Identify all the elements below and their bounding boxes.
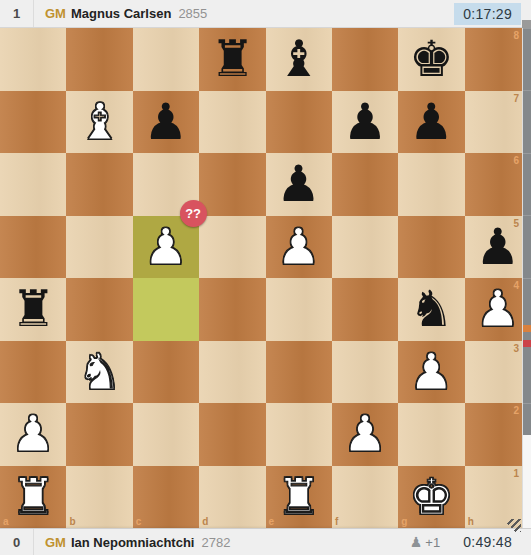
square-e3[interactable]: [266, 341, 332, 404]
square-e6[interactable]: ♟: [266, 153, 332, 216]
bottom-player-title: GM: [45, 535, 66, 550]
square-f7[interactable]: ♟: [332, 91, 398, 154]
bottom-player-clock: 0:49:48: [454, 531, 521, 553]
white-pawn-e5[interactable]: ♟: [276, 222, 321, 272]
file-label-c: c: [136, 516, 142, 527]
rank-label-3: 3: [513, 343, 519, 354]
square-c1[interactable]: c: [133, 466, 199, 529]
black-knight-g4[interactable]: ♞: [409, 284, 454, 334]
rank-label-7: 7: [513, 93, 519, 104]
material-advantage-value: +1: [425, 535, 440, 550]
square-d8[interactable]: ♜: [199, 28, 265, 91]
black-pawn-e6[interactable]: ♟: [276, 159, 321, 209]
square-f4[interactable]: [332, 278, 398, 341]
square-f8[interactable]: [332, 28, 398, 91]
black-pawn-c7[interactable]: ♟: [144, 97, 189, 147]
square-a6[interactable]: [0, 153, 66, 216]
top-player-bar: 1 GM Magnus Carlsen 2855 0:17:29: [0, 0, 531, 28]
black-pawn-f7[interactable]: ♟: [343, 97, 388, 147]
white-rook-e1[interactable]: ♜: [276, 472, 321, 522]
square-g8[interactable]: ♚: [398, 28, 464, 91]
square-c4[interactable]: [133, 278, 199, 341]
square-b1[interactable]: b: [66, 466, 132, 529]
square-b4[interactable]: [66, 278, 132, 341]
file-label-e: e: [269, 516, 275, 527]
square-b8[interactable]: [66, 28, 132, 91]
square-g6[interactable]: [398, 153, 464, 216]
square-e7[interactable]: [266, 91, 332, 154]
square-d2[interactable]: [199, 403, 265, 466]
blunder-annotation-badge: ??: [180, 200, 207, 227]
square-a8[interactable]: [0, 28, 66, 91]
black-rook-d8[interactable]: ♜: [210, 34, 255, 84]
black-king-g8[interactable]: ♚: [409, 34, 454, 84]
file-label-f: f: [335, 516, 338, 527]
chess-game-window: 1 GM Magnus Carlsen 2855 0:17:29 ♜♝♚8♝♟♟…: [0, 0, 531, 555]
black-bishop-e8[interactable]: ♝: [276, 34, 321, 84]
square-f5[interactable]: [332, 216, 398, 279]
pawn-icon: ♟: [410, 534, 423, 550]
file-label-h: h: [468, 516, 474, 527]
square-a2[interactable]: ♟: [0, 403, 66, 466]
square-a7[interactable]: [0, 91, 66, 154]
rank-label-6: 6: [513, 155, 519, 166]
file-label-b: b: [69, 516, 75, 527]
file-label-a: a: [3, 516, 9, 527]
top-player-clock: 0:17:29: [454, 3, 521, 25]
white-knight-b3[interactable]: ♞: [77, 347, 122, 397]
top-player-score: 1: [0, 0, 34, 27]
top-player-name: Magnus Carlsen: [71, 6, 171, 21]
square-a5[interactable]: [0, 216, 66, 279]
bottom-player-name: Ian Nepomniachtchi: [71, 535, 195, 550]
file-label-d: d: [202, 516, 208, 527]
square-c7[interactable]: ♟: [133, 91, 199, 154]
square-g4[interactable]: ♞: [398, 278, 464, 341]
square-f2[interactable]: ♟: [332, 403, 398, 466]
square-f6[interactable]: [332, 153, 398, 216]
black-rook-a4[interactable]: ♜: [11, 284, 56, 334]
square-e5[interactable]: ♟: [266, 216, 332, 279]
square-g1[interactable]: g♚: [398, 466, 464, 529]
top-player-title: GM: [45, 6, 66, 21]
square-c2[interactable]: [133, 403, 199, 466]
square-g7[interactable]: ♟: [398, 91, 464, 154]
square-d1[interactable]: d: [199, 466, 265, 529]
square-e2[interactable]: [266, 403, 332, 466]
rank-label-4: 4: [513, 280, 519, 291]
square-a3[interactable]: [0, 341, 66, 404]
rank-label-1: 1: [513, 468, 519, 479]
square-d4[interactable]: [199, 278, 265, 341]
move-list-scrollbar[interactable]: [522, 28, 531, 528]
square-d6[interactable]: [199, 153, 265, 216]
scrollbar-mark-orange: [523, 325, 531, 332]
white-bishop-b7[interactable]: ♝: [77, 97, 122, 147]
rank-label-5: 5: [513, 218, 519, 229]
bottom-player-bar: 0 GM Ian Nepomniachtchi 2782 ♟ +1 0:49:4…: [0, 528, 531, 555]
square-e1[interactable]: e♜: [266, 466, 332, 529]
square-c3[interactable]: [133, 341, 199, 404]
white-pawn-a2[interactable]: ♟: [11, 409, 56, 459]
top-player-rating: 2855: [178, 6, 207, 21]
square-b5[interactable]: [66, 216, 132, 279]
square-b6[interactable]: [66, 153, 132, 216]
rank-label-2: 2: [513, 405, 519, 416]
square-d7[interactable]: [199, 91, 265, 154]
rank-label-8: 8: [513, 30, 519, 41]
chess-board: ♜♝♚8♝♟♟♟7♟6♟♟5♟♜♞4♟♞♟3♟♟2a♜bcde♜fg♚1h: [0, 28, 531, 528]
white-pawn-f2[interactable]: ♟: [343, 409, 388, 459]
white-pawn-c5[interactable]: ♟: [144, 222, 189, 272]
white-rook-a1[interactable]: ♜: [11, 472, 56, 522]
scrollbar-thumb[interactable]: [523, 28, 531, 435]
material-advantage: ♟ +1: [410, 534, 440, 550]
square-f3[interactable]: [332, 341, 398, 404]
black-pawn-g7[interactable]: ♟: [409, 97, 454, 147]
square-g3[interactable]: ♟: [398, 341, 464, 404]
scrollbar-corner: [522, 20, 531, 28]
file-label-g: g: [401, 516, 407, 527]
square-b3[interactable]: ♞: [66, 341, 132, 404]
bottom-player-score: 0: [0, 529, 34, 555]
square-c8[interactable]: [133, 28, 199, 91]
bottom-player-rating: 2782: [201, 535, 230, 550]
white-pawn-h4[interactable]: ♟: [475, 284, 520, 334]
board-resize-grip[interactable]: [507, 519, 521, 532]
square-b7[interactable]: ♝: [66, 91, 132, 154]
white-pawn-g3[interactable]: ♟: [409, 347, 454, 397]
square-d3[interactable]: [199, 341, 265, 404]
square-g2[interactable]: [398, 403, 464, 466]
square-e8[interactable]: ♝: [266, 28, 332, 91]
square-a1[interactable]: a♜: [0, 466, 66, 529]
square-b2[interactable]: [66, 403, 132, 466]
square-a4[interactable]: ♜: [0, 278, 66, 341]
square-e4[interactable]: [266, 278, 332, 341]
white-king-g1[interactable]: ♚: [409, 472, 454, 522]
scrollbar-mark-red: [523, 340, 531, 347]
square-f1[interactable]: f: [332, 466, 398, 529]
square-g5[interactable]: [398, 216, 464, 279]
square-d5[interactable]: [199, 216, 265, 279]
black-pawn-h5[interactable]: ♟: [475, 222, 520, 272]
